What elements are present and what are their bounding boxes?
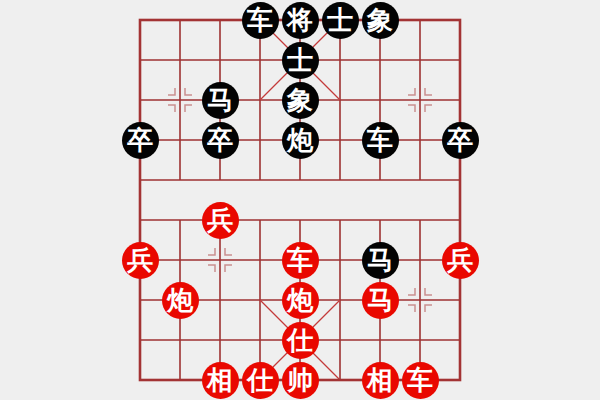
piece-glyph: 炮 (167, 287, 193, 313)
piece-red-elephant[interactable]: 相 (362, 362, 399, 399)
piece-glyph: 车 (407, 367, 433, 393)
piece-glyph: 马 (207, 87, 233, 113)
piece-glyph: 车 (287, 247, 313, 273)
piece-red-soldier[interactable]: 兵 (202, 202, 239, 239)
piece-red-soldier[interactable]: 兵 (442, 242, 479, 279)
piece-glyph: 相 (207, 367, 233, 393)
piece-glyph: 兵 (207, 207, 233, 233)
piece-black-advisor[interactable]: 士 (322, 2, 359, 39)
xiangqi-app: 车将士象士马象卒卒炮车卒兵兵车马兵炮炮马仕相仕帅相车 (0, 0, 600, 400)
piece-glyph: 马 (367, 247, 393, 273)
piece-glyph: 仕 (247, 367, 273, 393)
piece-glyph: 兵 (447, 247, 473, 273)
piece-red-horse[interactable]: 马 (362, 282, 399, 319)
piece-red-cannon[interactable]: 炮 (162, 282, 199, 319)
piece-black-general[interactable]: 将 (282, 2, 319, 39)
xiangqi-board: 车将士象士马象卒卒炮车卒兵兵车马兵炮炮马仕相仕帅相车 (120, 0, 480, 400)
piece-glyph: 象 (287, 87, 313, 113)
piece-glyph: 卒 (447, 127, 473, 153)
piece-black-soldier[interactable]: 卒 (442, 122, 479, 159)
piece-glyph: 士 (287, 47, 313, 73)
piece-black-chariot[interactable]: 车 (242, 2, 279, 39)
piece-glyph: 车 (247, 7, 273, 33)
piece-black-soldier[interactable]: 卒 (122, 122, 159, 159)
piece-red-cannon[interactable]: 炮 (282, 282, 319, 319)
piece-glyph: 仕 (287, 327, 313, 353)
piece-glyph: 车 (367, 127, 393, 153)
piece-glyph: 象 (367, 7, 393, 33)
piece-black-elephant[interactable]: 象 (362, 2, 399, 39)
piece-black-horse[interactable]: 马 (362, 242, 399, 279)
piece-glyph: 马 (367, 287, 393, 313)
piece-glyph: 将 (287, 7, 313, 33)
piece-glyph: 士 (327, 7, 353, 33)
piece-glyph: 炮 (287, 127, 313, 153)
piece-glyph: 兵 (127, 247, 153, 273)
piece-red-soldier[interactable]: 兵 (122, 242, 159, 279)
piece-black-cannon[interactable]: 炮 (282, 122, 319, 159)
piece-red-general[interactable]: 帅 (282, 362, 319, 399)
piece-glyph: 炮 (287, 287, 313, 313)
piece-black-elephant[interactable]: 象 (282, 82, 319, 119)
piece-red-chariot[interactable]: 车 (282, 242, 319, 279)
piece-red-advisor[interactable]: 仕 (242, 362, 279, 399)
piece-black-chariot[interactable]: 车 (362, 122, 399, 159)
piece-black-soldier[interactable]: 卒 (202, 122, 239, 159)
piece-red-elephant[interactable]: 相 (202, 362, 239, 399)
piece-glyph: 卒 (207, 127, 233, 153)
piece-glyph: 帅 (287, 367, 313, 393)
piece-black-advisor[interactable]: 士 (282, 42, 319, 79)
piece-red-chariot[interactable]: 车 (402, 362, 439, 399)
piece-red-advisor[interactable]: 仕 (282, 322, 319, 359)
piece-glyph: 相 (367, 367, 393, 393)
piece-black-horse[interactable]: 马 (202, 82, 239, 119)
piece-glyph: 卒 (127, 127, 153, 153)
